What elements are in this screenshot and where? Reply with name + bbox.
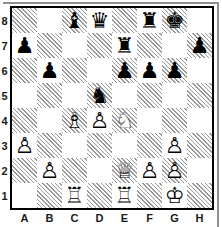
square-a7[interactable]: ♟ [12,33,37,58]
piece-black-rook[interactable]: ♜ [112,33,137,58]
piece-fill: ♚ [162,183,187,208]
file-label-f: F [137,211,162,225]
chess-board[interactable]: ♝♛♜♚♟♜♟♟♟♟♟♞♝♗♟♙♞♘♟♙♟♙♟♙♛♕♟♙♟♙♜♖♜♖♚♔ [10,6,214,210]
square-a1[interactable] [12,183,37,208]
piece-fill: ♟ [137,158,162,183]
piece-white-pawn[interactable]: ♙ [12,133,37,158]
piece-black-pawn[interactable]: ♟ [137,58,162,83]
piece-fill: ♜ [62,183,87,208]
piece-fill: ♟ [162,133,187,158]
square-e3[interactable] [112,133,137,158]
outer-edge-top [3,2,219,4]
piece-black-queen[interactable]: ♛ [87,8,112,33]
rank-labels: 87654321 [0,8,9,208]
square-f3[interactable] [137,133,162,158]
piece-black-pawn[interactable]: ♟ [37,58,62,83]
rank-label-1: 1 [0,183,9,208]
square-g5[interactable] [162,83,187,108]
square-a3[interactable]: ♟♙ [12,133,37,158]
square-a2[interactable] [12,158,37,183]
piece-black-knight[interactable]: ♞ [87,83,112,108]
piece-fill: ♛ [112,158,137,183]
square-f7[interactable] [137,33,162,58]
square-c2[interactable] [62,158,87,183]
file-label-h: H [187,211,212,225]
piece-white-knight[interactable]: ♘ [112,108,137,133]
file-label-a: A [12,211,37,225]
square-d8[interactable]: ♛ [87,8,112,33]
file-label-e: E [112,211,137,225]
square-c4[interactable]: ♝♗ [62,108,87,133]
square-b7[interactable] [37,33,62,58]
file-labels: ABCDEFGH [12,211,212,225]
square-g4[interactable] [162,108,187,133]
square-g8[interactable]: ♚ [162,8,187,33]
square-b8[interactable] [37,8,62,33]
piece-fill: ♞ [112,108,137,133]
piece-black-pawn[interactable]: ♟ [112,58,137,83]
piece-white-pawn[interactable]: ♙ [162,158,187,183]
square-b5[interactable] [37,83,62,108]
rank-label-2: 2 [0,158,9,183]
piece-white-queen[interactable]: ♕ [112,158,137,183]
square-h3[interactable] [187,133,212,158]
square-b4[interactable] [37,108,62,133]
rank-label-6: 6 [0,58,9,83]
square-f5[interactable] [137,83,162,108]
piece-white-bishop[interactable]: ♗ [62,108,87,133]
piece-white-pawn[interactable]: ♙ [37,158,62,183]
piece-black-pawn[interactable]: ♟ [187,33,212,58]
square-d7[interactable] [87,33,112,58]
rank-label-5: 5 [0,83,9,108]
square-d2[interactable] [87,158,112,183]
piece-white-king[interactable]: ♔ [162,183,187,208]
square-h8[interactable] [187,8,212,33]
square-d5[interactable]: ♞ [87,83,112,108]
square-g6[interactable]: ♟ [162,58,187,83]
piece-white-pawn[interactable]: ♙ [87,108,112,133]
square-d6[interactable] [87,58,112,83]
piece-fill: ♟ [37,158,62,183]
square-h2[interactable] [187,158,212,183]
square-a8[interactable] [12,8,37,33]
square-a6[interactable] [12,58,37,83]
piece-white-rook[interactable]: ♖ [112,183,137,208]
square-c6[interactable] [62,58,87,83]
square-f4[interactable] [137,108,162,133]
square-g7[interactable] [162,33,187,58]
piece-black-rook[interactable]: ♜ [137,8,162,33]
piece-black-pawn[interactable]: ♟ [12,33,37,58]
square-f2[interactable]: ♟♙ [137,158,162,183]
rank-label-7: 7 [0,33,9,58]
square-b6[interactable]: ♟ [37,58,62,83]
piece-white-pawn[interactable]: ♙ [162,133,187,158]
square-g3[interactable]: ♟♙ [162,133,187,158]
outer-edge-right [217,2,219,227]
square-h4[interactable] [187,108,212,133]
square-b1[interactable] [37,183,62,208]
square-b3[interactable] [37,133,62,158]
chess-diagram: 87654321 ♝♛♜♚♟♜♟♟♟♟♟♞♝♗♟♙♞♘♟♙♟♙♟♙♛♕♟♙♟♙♜… [0,0,222,227]
piece-black-pawn[interactable]: ♟ [162,58,187,83]
square-h1[interactable] [187,183,212,208]
rank-label-8: 8 [0,8,9,33]
rank-label-3: 3 [0,133,9,158]
square-c1[interactable]: ♜♖ [62,183,87,208]
square-a4[interactable] [12,108,37,133]
square-a5[interactable] [12,83,37,108]
square-c7[interactable] [62,33,87,58]
piece-fill: ♜ [112,183,137,208]
piece-fill: ♟ [162,158,187,183]
square-c5[interactable] [62,83,87,108]
square-f1[interactable] [137,183,162,208]
piece-fill: ♟ [87,108,112,133]
square-e2[interactable]: ♛♕ [112,158,137,183]
square-d4[interactable]: ♟♙ [87,108,112,133]
square-e6[interactable]: ♟ [112,58,137,83]
square-h6[interactable] [187,58,212,83]
square-c8[interactable]: ♝ [62,8,87,33]
square-f8[interactable]: ♜ [137,8,162,33]
piece-black-king[interactable]: ♚ [162,8,187,33]
square-g2[interactable]: ♟♙ [162,158,187,183]
piece-white-pawn[interactable]: ♙ [137,158,162,183]
file-label-g: G [162,211,187,225]
piece-fill: ♟ [12,133,37,158]
square-h5[interactable] [187,83,212,108]
rank-label-4: 4 [0,108,9,133]
file-label-d: D [87,211,112,225]
square-e7[interactable]: ♜ [112,33,137,58]
piece-black-bishop[interactable]: ♝ [62,8,87,33]
square-e8[interactable] [112,8,137,33]
file-label-b: B [37,211,62,225]
square-d1[interactable] [87,183,112,208]
piece-white-rook[interactable]: ♖ [62,183,87,208]
square-f6[interactable]: ♟ [137,58,162,83]
square-c3[interactable] [62,133,87,158]
file-label-c: C [62,211,87,225]
square-b2[interactable]: ♟♙ [37,158,62,183]
square-e5[interactable] [112,83,137,108]
piece-fill: ♝ [62,108,87,133]
square-d3[interactable] [87,133,112,158]
square-e4[interactable]: ♞♘ [112,108,137,133]
square-g1[interactable]: ♚♔ [162,183,187,208]
square-h7[interactable]: ♟ [187,33,212,58]
square-e1[interactable]: ♜♖ [112,183,137,208]
